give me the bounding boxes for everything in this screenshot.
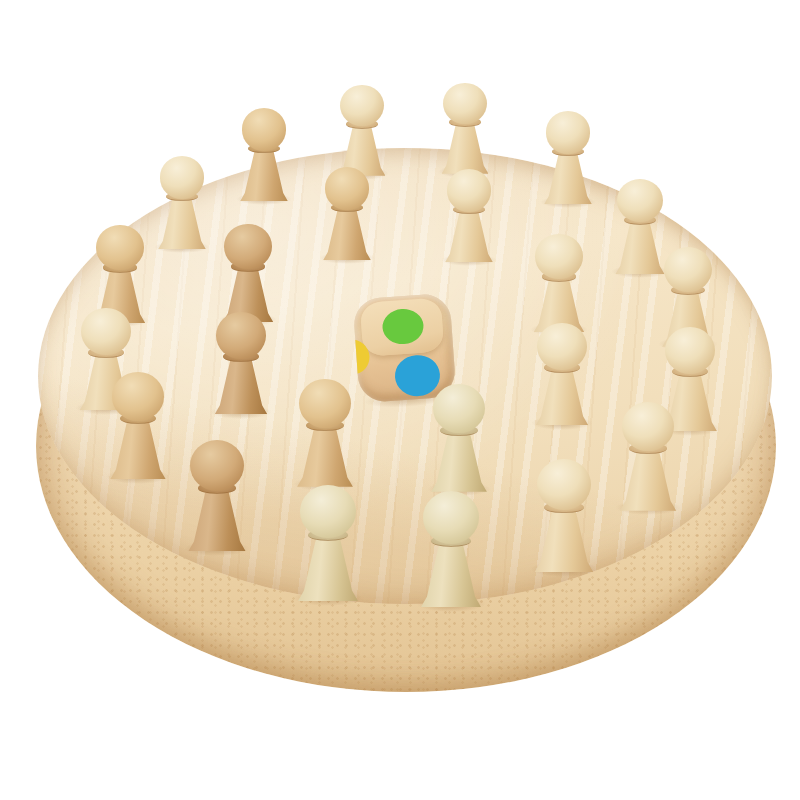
peg-head — [617, 179, 663, 222]
peg-inner-2[interactable] — [445, 169, 493, 262]
peg-head — [300, 485, 356, 538]
peg-outer-1[interactable] — [158, 156, 206, 249]
peg-head — [190, 440, 244, 491]
peg-body — [431, 431, 487, 491]
peg-head — [224, 224, 271, 269]
peg-outer-5[interactable] — [188, 440, 246, 551]
peg-inner-5[interactable] — [215, 312, 268, 414]
peg-outer-4[interactable] — [110, 372, 165, 479]
peg-head — [112, 372, 164, 421]
peg-head — [299, 379, 351, 428]
peg-body — [323, 208, 371, 260]
peg-head — [664, 247, 712, 293]
peg-outer-9[interactable] — [620, 402, 676, 511]
peg-head — [546, 111, 591, 153]
peg-head — [160, 156, 205, 198]
peg-body — [158, 197, 206, 249]
peg-body — [615, 221, 664, 274]
peg-body — [535, 509, 594, 573]
peg-head — [325, 167, 370, 209]
peg-body — [188, 489, 246, 551]
peg-body — [445, 210, 493, 262]
peg-body — [544, 152, 592, 204]
peg-outer-14[interactable] — [442, 83, 489, 174]
peg-body — [298, 536, 358, 601]
peg-outer-7[interactable] — [421, 491, 481, 607]
peg-outer-15[interactable] — [339, 85, 386, 176]
peg-outer-12[interactable] — [615, 179, 664, 274]
peg-outer-6[interactable] — [298, 485, 358, 601]
peg-body — [620, 450, 676, 511]
peg-body — [442, 123, 489, 174]
peg-inner-3[interactable] — [223, 224, 273, 322]
peg-head — [242, 108, 287, 150]
peg-outer-13[interactable] — [544, 111, 592, 204]
peg-head — [537, 459, 592, 511]
peg-body — [536, 368, 589, 425]
peg-body — [215, 357, 268, 414]
peg-head — [433, 384, 485, 433]
peg-head — [535, 234, 582, 279]
peg-head — [340, 85, 384, 126]
peg-body — [110, 419, 165, 479]
peg-body — [240, 149, 288, 201]
peg-head — [96, 225, 143, 270]
peg-head — [216, 312, 265, 359]
peg-inner-6[interactable] — [536, 323, 589, 425]
peg-head — [665, 327, 715, 375]
peg-head — [537, 323, 586, 370]
memory-chess-photo — [0, 0, 800, 800]
peg-head — [443, 83, 487, 124]
peg-outer-8[interactable] — [535, 459, 594, 573]
peg-body — [421, 542, 481, 607]
peg-inner-4[interactable] — [534, 234, 584, 332]
peg-outer-16[interactable] — [240, 108, 288, 201]
peg-inner-7[interactable] — [297, 379, 353, 487]
peg-inner-8[interactable] — [431, 384, 487, 492]
peg-inner-1[interactable] — [323, 167, 371, 260]
peg-body — [297, 426, 353, 486]
peg-head — [423, 491, 479, 544]
peg-head — [81, 308, 130, 355]
peg-head — [447, 169, 492, 211]
peg-head — [622, 402, 675, 452]
